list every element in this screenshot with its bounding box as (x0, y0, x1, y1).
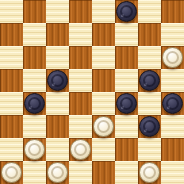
light-square-r6c2 (46, 138, 69, 161)
dark-square-2[interactable] (69, 0, 92, 23)
dark-square-31[interactable] (92, 161, 115, 184)
light-square-r7c3 (69, 161, 92, 184)
light-square-r1c3 (69, 23, 92, 46)
dark-square-21[interactable] (0, 115, 23, 138)
light-square-r2c0 (0, 46, 23, 69)
light-square-r5c7 (161, 115, 184, 138)
light-square-r6c0 (0, 138, 23, 161)
white-man[interactable] (93, 116, 114, 137)
dark-square-32[interactable] (138, 161, 161, 184)
light-square-r7c5 (115, 161, 138, 184)
light-square-r6c6 (138, 138, 161, 161)
light-square-r3c3 (69, 69, 92, 92)
dark-square-20[interactable] (161, 92, 184, 115)
dark-square-18[interactable] (69, 92, 92, 115)
light-square-r1c7 (161, 23, 184, 46)
dark-square-27[interactable] (115, 138, 138, 161)
dark-square-19[interactable] (115, 92, 138, 115)
light-square-r4c0 (0, 92, 23, 115)
dark-square-8[interactable] (138, 23, 161, 46)
light-square-r3c7 (161, 69, 184, 92)
light-square-r0c6 (138, 0, 161, 23)
dark-square-12[interactable] (161, 46, 184, 69)
dark-square-26[interactable] (69, 138, 92, 161)
light-square-r4c4 (92, 92, 115, 115)
dark-square-7[interactable] (92, 23, 115, 46)
light-square-r0c4 (92, 0, 115, 23)
light-square-r0c2 (46, 0, 69, 23)
dark-square-14[interactable] (46, 69, 69, 92)
dark-square-13[interactable] (0, 69, 23, 92)
dark-square-30[interactable] (46, 161, 69, 184)
light-square-r6c4 (92, 138, 115, 161)
dark-square-6[interactable] (46, 23, 69, 46)
dark-square-25[interactable] (23, 138, 46, 161)
light-square-r0c0 (0, 0, 23, 23)
black-man[interactable] (116, 93, 137, 114)
white-man[interactable] (70, 139, 91, 160)
light-square-r5c1 (23, 115, 46, 138)
black-man[interactable] (139, 70, 160, 91)
white-man[interactable] (162, 47, 183, 68)
light-square-r2c4 (92, 46, 115, 69)
black-man[interactable] (139, 116, 160, 137)
light-square-r2c2 (46, 46, 69, 69)
white-man[interactable] (139, 162, 160, 183)
black-man[interactable] (47, 70, 68, 91)
white-man[interactable] (47, 162, 68, 183)
dark-square-24[interactable] (138, 115, 161, 138)
light-square-r7c1 (23, 161, 46, 184)
black-man[interactable] (162, 93, 183, 114)
dark-square-1[interactable] (23, 0, 46, 23)
light-square-r7c7 (161, 161, 184, 184)
dark-square-10[interactable] (69, 46, 92, 69)
dark-square-17[interactable] (23, 92, 46, 115)
black-man[interactable] (116, 1, 137, 22)
dark-square-29[interactable] (0, 161, 23, 184)
light-square-r3c5 (115, 69, 138, 92)
light-square-r4c2 (46, 92, 69, 115)
dark-square-11[interactable] (115, 46, 138, 69)
light-square-r1c5 (115, 23, 138, 46)
dark-square-9[interactable] (23, 46, 46, 69)
light-square-r2c6 (138, 46, 161, 69)
dark-square-16[interactable] (138, 69, 161, 92)
black-man[interactable] (24, 93, 45, 114)
dark-square-3[interactable] (115, 0, 138, 23)
light-square-r5c5 (115, 115, 138, 138)
white-man[interactable] (1, 162, 22, 183)
dark-square-4[interactable] (161, 0, 184, 23)
light-square-r5c3 (69, 115, 92, 138)
light-square-r1c1 (23, 23, 46, 46)
white-man[interactable] (24, 139, 45, 160)
dark-square-22[interactable] (46, 115, 69, 138)
dark-square-5[interactable] (0, 23, 23, 46)
dark-square-23[interactable] (92, 115, 115, 138)
dark-square-28[interactable] (161, 138, 184, 161)
checkers-board (0, 0, 184, 184)
light-square-r3c1 (23, 69, 46, 92)
dark-square-15[interactable] (92, 69, 115, 92)
light-square-r4c6 (138, 92, 161, 115)
